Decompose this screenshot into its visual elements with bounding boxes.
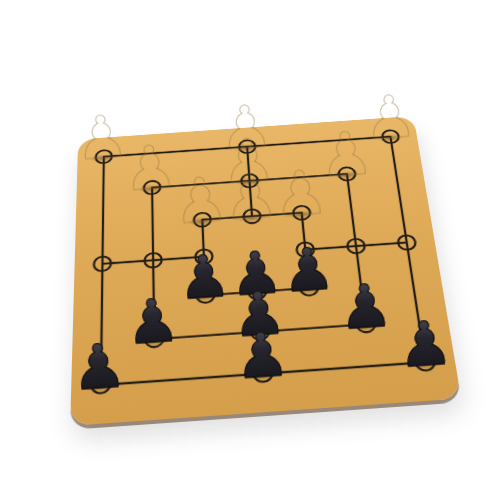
white-pawn-e5[interactable]: ♟	[271, 161, 330, 226]
point-g4[interactable]	[379, 222, 435, 263]
point-d5[interactable]: ♟	[226, 197, 278, 237]
point-f6[interactable]: ♟	[321, 155, 374, 193]
point-a4[interactable]	[77, 243, 128, 284]
morris-board-mat: ♟♟♟♟♟♟♟♟♟♟♟♟♟♟♟♟♟♟	[70, 116, 461, 426]
point-e3[interactable]: ♟	[282, 267, 338, 310]
point-a7[interactable]: ♟	[79, 138, 127, 175]
product-photo-scene: ♟♟♟♟♟♟♟♟♟♟♟♟♟♟♟♟♟♟	[0, 0, 500, 500]
point-g1[interactable]: ♟	[395, 339, 456, 385]
board-grid: ♟♟♟♟♟♟♟♟♟♟♟♟♟♟♟♟♟♟	[73, 118, 455, 408]
perspective-scene: ♟♟♟♟♟♟♟♟♟♟♟♟♟♟♟♟♟♟	[63, 78, 448, 440]
point-d1[interactable]: ♟	[235, 351, 292, 398]
point-a1[interactable]: ♟	[73, 362, 128, 409]
point-f4[interactable]	[329, 226, 384, 267]
point-c3[interactable]: ♟	[179, 274, 232, 317]
point-e5[interactable]: ♟	[275, 193, 328, 233]
point-c5[interactable]: ♟	[177, 200, 228, 240]
board-tilt-wrapper: ♟♟♟♟♟♟♟♟♟♟♟♟♟♟♟♟♟♟	[63, 78, 448, 440]
black-pawn-c3[interactable]: ♟	[176, 247, 232, 309]
point-b4[interactable]	[128, 240, 179, 281]
point-f2[interactable]: ♟	[337, 302, 395, 347]
black-pawn-d1[interactable]: ♟	[232, 323, 291, 388]
point-b6[interactable]: ♟	[128, 169, 177, 207]
black-pawn-e3[interactable]: ♟	[280, 239, 336, 301]
black-pawn-a1[interactable]: ♟	[69, 335, 128, 400]
black-pawn-g1[interactable]: ♟	[396, 312, 455, 377]
point-b2[interactable]: ♟	[128, 317, 181, 362]
black-pawn-f2[interactable]: ♟	[337, 275, 394, 338]
black-pawn-b2[interactable]: ♟	[124, 290, 181, 353]
